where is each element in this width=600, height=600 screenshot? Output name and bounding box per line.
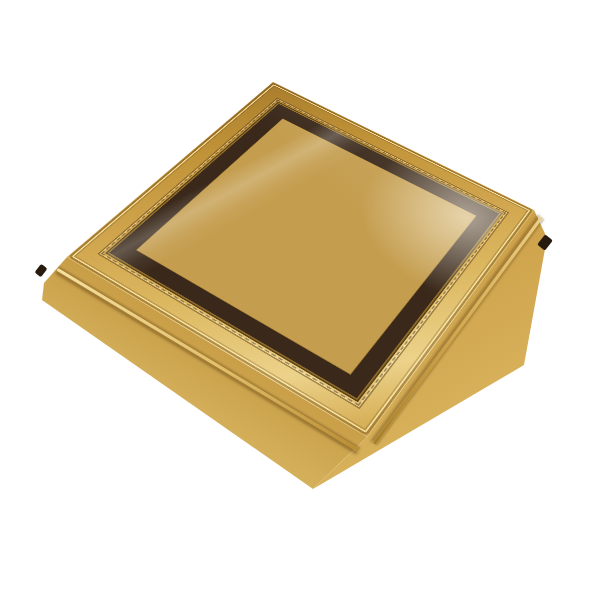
chess-box-photo <box>0 0 600 600</box>
clasp-left <box>34 264 47 278</box>
